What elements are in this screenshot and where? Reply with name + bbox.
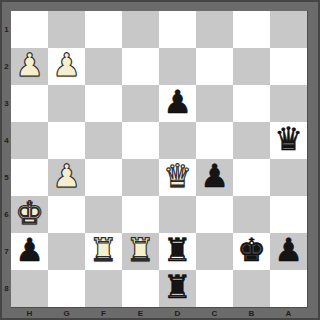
square-a4[interactable]: ♛ [270, 122, 307, 159]
square-g1[interactable] [48, 11, 85, 48]
file-label-e: E [122, 308, 159, 318]
square-f3[interactable] [85, 85, 122, 122]
rank-label-2: 2 [2, 48, 11, 85]
white-king[interactable]: ♚ [15, 196, 44, 232]
square-g3[interactable] [48, 85, 85, 122]
file-label-h: H [11, 308, 48, 318]
square-e8[interactable] [122, 270, 159, 307]
square-a2[interactable] [270, 48, 307, 85]
square-b2[interactable] [233, 48, 270, 85]
rank-label-8: 8 [2, 270, 11, 307]
square-e3[interactable] [122, 85, 159, 122]
black-king[interactable]: ♚ [237, 233, 266, 269]
square-g8[interactable] [48, 270, 85, 307]
square-a1[interactable] [270, 11, 307, 48]
rank-label-7: 7 [2, 233, 11, 270]
rank-label-5: 5 [2, 159, 11, 196]
square-c4[interactable] [196, 122, 233, 159]
file-label-a: A [270, 308, 307, 318]
square-c7[interactable] [196, 233, 233, 270]
square-h8[interactable] [11, 270, 48, 307]
square-d7[interactable]: ♜ [159, 233, 196, 270]
file-label-f: F [85, 308, 122, 318]
square-e7[interactable]: ♜ [122, 233, 159, 270]
square-d3[interactable]: ♟ [159, 85, 196, 122]
square-b7[interactable]: ♚ [233, 233, 270, 270]
square-a3[interactable] [270, 85, 307, 122]
square-h1[interactable] [11, 11, 48, 48]
square-a8[interactable] [270, 270, 307, 307]
file-label-d: D [159, 308, 196, 318]
rank-label-3: 3 [2, 85, 11, 122]
rank-label-6: 6 [2, 196, 11, 233]
white-pawn[interactable]: ♟ [52, 159, 81, 195]
square-a6[interactable] [270, 196, 307, 233]
board-frame: ♟♟♟♛♟♛♟♚♟♜♜♜♚♟♜ 12345678HGFEDCBA [0, 0, 320, 320]
white-queen[interactable]: ♛ [163, 159, 192, 195]
black-rook[interactable]: ♜ [163, 270, 192, 306]
chess-board: ♟♟♟♛♟♛♟♚♟♜♜♜♚♟♜ [11, 11, 308, 308]
square-c6[interactable] [196, 196, 233, 233]
black-pawn[interactable]: ♟ [15, 233, 44, 269]
square-a7[interactable]: ♟ [270, 233, 307, 270]
square-b3[interactable] [233, 85, 270, 122]
square-f1[interactable] [85, 11, 122, 48]
white-rook[interactable]: ♜ [126, 233, 155, 269]
square-d5[interactable]: ♛ [159, 159, 196, 196]
square-h2[interactable]: ♟ [11, 48, 48, 85]
square-c5[interactable]: ♟ [196, 159, 233, 196]
square-g4[interactable] [48, 122, 85, 159]
square-a5[interactable] [270, 159, 307, 196]
square-f6[interactable] [85, 196, 122, 233]
rank-label-1: 1 [2, 11, 11, 48]
square-b5[interactable] [233, 159, 270, 196]
file-label-b: B [233, 308, 270, 318]
file-label-c: C [196, 308, 233, 318]
square-b8[interactable] [233, 270, 270, 307]
black-queen[interactable]: ♛ [274, 122, 303, 158]
black-pawn[interactable]: ♟ [163, 85, 192, 121]
square-g2[interactable]: ♟ [48, 48, 85, 85]
square-h6[interactable]: ♚ [11, 196, 48, 233]
square-e6[interactable] [122, 196, 159, 233]
square-d2[interactable] [159, 48, 196, 85]
white-pawn[interactable]: ♟ [15, 48, 44, 84]
square-h4[interactable] [11, 122, 48, 159]
square-g6[interactable] [48, 196, 85, 233]
square-d1[interactable] [159, 11, 196, 48]
rank-label-4: 4 [2, 122, 11, 159]
square-f4[interactable] [85, 122, 122, 159]
black-pawn[interactable]: ♟ [274, 233, 303, 269]
square-g5[interactable]: ♟ [48, 159, 85, 196]
square-d8[interactable]: ♜ [159, 270, 196, 307]
square-e1[interactable] [122, 11, 159, 48]
square-c3[interactable] [196, 85, 233, 122]
square-f8[interactable] [85, 270, 122, 307]
white-rook[interactable]: ♜ [89, 233, 118, 269]
square-c1[interactable] [196, 11, 233, 48]
square-b6[interactable] [233, 196, 270, 233]
square-d6[interactable] [159, 196, 196, 233]
square-b4[interactable] [233, 122, 270, 159]
white-pawn[interactable]: ♟ [52, 48, 81, 84]
square-f2[interactable] [85, 48, 122, 85]
file-label-g: G [48, 308, 85, 318]
square-e4[interactable] [122, 122, 159, 159]
square-c2[interactable] [196, 48, 233, 85]
square-f7[interactable]: ♜ [85, 233, 122, 270]
square-e5[interactable] [122, 159, 159, 196]
black-rook[interactable]: ♜ [163, 233, 192, 269]
square-b1[interactable] [233, 11, 270, 48]
square-c8[interactable] [196, 270, 233, 307]
square-h7[interactable]: ♟ [11, 233, 48, 270]
black-pawn[interactable]: ♟ [200, 159, 229, 195]
square-e2[interactable] [122, 48, 159, 85]
square-h3[interactable] [11, 85, 48, 122]
square-d4[interactable] [159, 122, 196, 159]
square-g7[interactable] [48, 233, 85, 270]
square-f5[interactable] [85, 159, 122, 196]
square-h5[interactable] [11, 159, 48, 196]
